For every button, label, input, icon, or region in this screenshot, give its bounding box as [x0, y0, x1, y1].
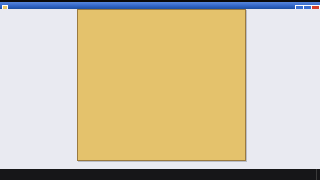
client-area — [0, 9, 320, 169]
show-desktop-button[interactable] — [316, 169, 320, 180]
title-bar[interactable] — [0, 2, 320, 9]
go-board[interactable] — [77, 9, 246, 161]
windows-taskbar[interactable] — [0, 169, 320, 180]
nav-row — [84, 157, 262, 163]
navigation-panel — [84, 157, 262, 169]
action-row — [84, 163, 262, 169]
screen: { "game": "go", "window": { "title": "Mu… — [0, 0, 320, 180]
